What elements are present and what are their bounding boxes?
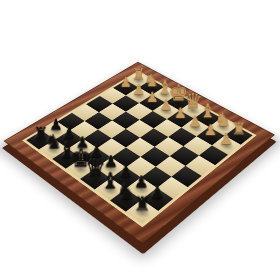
product-photo-chess-set: ♜♞♝♚♛♝♞♜♟♟♟♟♟♟♟♟♟♟♟♟♟♟♟♟♜♞♝♚♛♝♞♜ [0,0,280,280]
perspective-scene: ♜♞♝♚♛♝♞♜♟♟♟♟♟♟♟♟♟♟♟♟♟♟♟♟♜♞♝♚♛♝♞♜ [0,0,280,280]
chess-board: ♜♞♝♚♛♝♞♜♟♟♟♟♟♟♟♟♟♟♟♟♟♟♟♟♜♞♝♚♛♝♞♜ [3,62,275,245]
white-pawn-glyph: ♟ [210,132,242,147]
black-rook-glyph: ♜ [124,194,160,213]
board-squares: ♜♞♝♚♛♝♞♜♟♟♟♟♟♟♟♟♟♟♟♟♟♟♟♟♜♞♝♚♛♝♞♜ [26,73,252,224]
